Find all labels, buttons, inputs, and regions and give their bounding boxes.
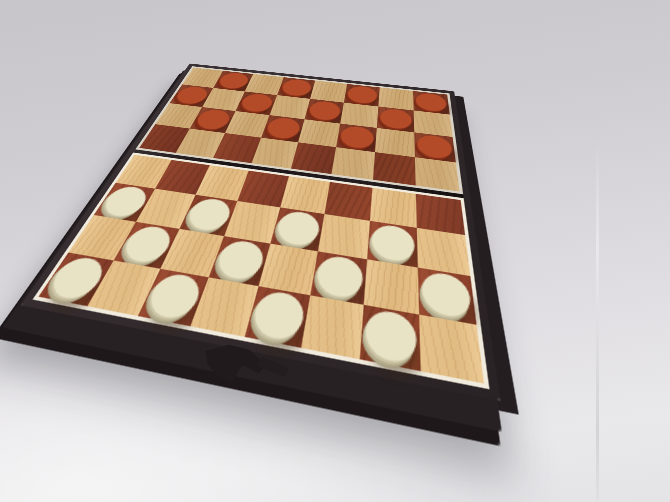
red-checker[interactable]: ● (278, 76, 316, 97)
red-checker[interactable]: ● (414, 130, 455, 159)
white-checker[interactable]: ● (247, 282, 312, 341)
white-checker[interactable]: ● (367, 217, 417, 262)
checkers-board-3d: ●●●●●●●●●●●● ●●●●●●●●●●●● (21, 64, 500, 400)
board-frame: ●●●●●●●●●●●● ●●●●●●●●●●●● (20, 64, 500, 402)
red-checker[interactable]: ● (262, 113, 305, 139)
square-g5[interactable] (373, 152, 416, 185)
square-f5[interactable] (331, 147, 375, 180)
square-g1[interactable]: ● (360, 305, 421, 371)
square-e5[interactable] (291, 142, 336, 174)
square-h5[interactable] (415, 157, 460, 191)
red-checker[interactable]: ● (413, 89, 449, 112)
red-checker[interactable]: ● (305, 97, 344, 121)
red-checker[interactable]: ● (377, 105, 414, 130)
background-wall-seam (596, 140, 599, 502)
white-checker[interactable]: ● (272, 204, 325, 246)
white-checker[interactable]: ● (418, 263, 476, 318)
photo-scene: ●●●●●●●●●●●● ●●●●●●●●●●●● (0, 0, 670, 502)
white-checker[interactable]: ● (360, 300, 420, 364)
square-f1[interactable] (301, 295, 364, 359)
square-h1[interactable] (419, 315, 484, 384)
board-clasp-stub (257, 357, 289, 378)
red-checker[interactable]: ● (344, 82, 380, 104)
white-checker[interactable]: ● (311, 247, 367, 298)
red-checker[interactable]: ● (337, 121, 377, 149)
